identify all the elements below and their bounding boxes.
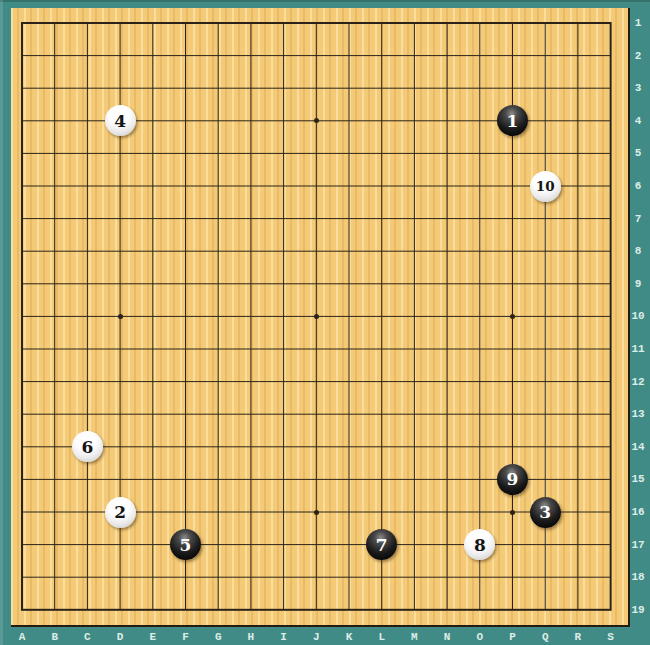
column-label-F: F xyxy=(176,630,196,644)
column-label-G: G xyxy=(208,630,228,644)
column-label-K: K xyxy=(339,630,359,644)
row-label-17: 17 xyxy=(628,538,648,552)
column-label-Q: Q xyxy=(535,630,555,644)
row-label-6: 6 xyxy=(628,179,648,193)
row-label-7: 7 xyxy=(628,212,648,226)
go-board-surface[interactable] xyxy=(11,8,630,627)
row-label-2: 2 xyxy=(628,49,648,63)
star-point xyxy=(118,118,123,123)
row-label-15: 15 xyxy=(628,472,648,486)
row-label-16: 16 xyxy=(628,505,648,519)
column-label-O: O xyxy=(470,630,490,644)
row-label-14: 14 xyxy=(628,440,648,454)
column-label-I: I xyxy=(274,630,294,644)
column-label-M: M xyxy=(404,630,424,644)
column-label-H: H xyxy=(241,630,261,644)
column-label-C: C xyxy=(77,630,97,644)
board-grid xyxy=(11,8,628,625)
column-label-J: J xyxy=(306,630,326,644)
row-label-9: 9 xyxy=(628,277,648,291)
go-board-frame: 12345678910 ABCDEFGHIJKLMNOPQRS 12345678… xyxy=(0,0,650,645)
row-label-5: 5 xyxy=(628,146,648,160)
column-label-E: E xyxy=(143,630,163,644)
star-point xyxy=(510,510,515,515)
row-label-8: 8 xyxy=(628,244,648,258)
row-label-3: 3 xyxy=(628,81,648,95)
star-point xyxy=(314,314,319,319)
column-label-R: R xyxy=(568,630,588,644)
column-label-B: B xyxy=(45,630,65,644)
row-label-1: 1 xyxy=(628,16,648,30)
column-label-A: A xyxy=(12,630,32,644)
row-label-19: 19 xyxy=(628,603,648,617)
column-label-S: S xyxy=(601,630,621,644)
column-label-L: L xyxy=(372,630,392,644)
star-point xyxy=(118,314,123,319)
column-label-D: D xyxy=(110,630,130,644)
row-label-12: 12 xyxy=(628,375,648,389)
star-point xyxy=(314,510,319,515)
row-label-13: 13 xyxy=(628,407,648,421)
column-label-P: P xyxy=(503,630,523,644)
row-label-18: 18 xyxy=(628,570,648,584)
row-label-10: 10 xyxy=(628,309,648,323)
row-label-4: 4 xyxy=(628,114,648,128)
star-point xyxy=(510,314,515,319)
column-label-N: N xyxy=(437,630,457,644)
star-point xyxy=(118,510,123,515)
row-label-11: 11 xyxy=(628,342,648,356)
